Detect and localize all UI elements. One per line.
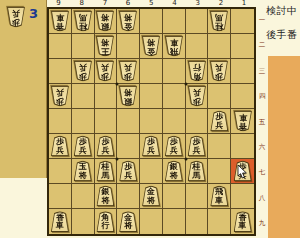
square-1-5[interactable]: 香車 xyxy=(231,109,254,134)
square-6-1[interactable]: 金将 xyxy=(117,9,140,34)
square-6-9[interactable]: 金将 xyxy=(117,209,140,234)
square-1-4[interactable] xyxy=(231,84,254,109)
square-7-6[interactable]: 歩兵 xyxy=(95,134,118,159)
square-9-6[interactable]: 歩兵 xyxy=(49,134,72,159)
square-8-6[interactable]: 歩兵 xyxy=(72,134,95,159)
square-5-9[interactable] xyxy=(140,209,163,234)
koma-glyph: 王将 xyxy=(96,36,115,57)
koma-sente-1-9[interactable]: 香車 xyxy=(233,211,252,232)
square-8-5[interactable] xyxy=(72,109,95,134)
square-3-9[interactable] xyxy=(186,209,209,234)
shogi-board: 香車桂馬銀将金将桂馬王将金将飛車歩兵歩兵歩兵角行歩兵歩兵銀将歩兵歩兵香車歩兵歩兵… xyxy=(47,7,256,236)
file-label-6: 6 xyxy=(117,0,140,7)
koma-glyph: 金将 xyxy=(141,186,160,207)
koma-glyph: 歩兵 xyxy=(119,61,138,82)
koma-glyph: 香車 xyxy=(50,211,69,232)
rank-label-8: 八 xyxy=(257,194,267,203)
square-4-2[interactable]: 飛車 xyxy=(163,34,186,59)
koma-sente-6-9[interactable]: 金将 xyxy=(119,211,138,232)
rank-label-7: 七 xyxy=(257,168,267,177)
square-7-9[interactable]: 角行 xyxy=(95,209,118,234)
square-8-9[interactable] xyxy=(72,209,95,234)
square-2-1[interactable]: 桂馬 xyxy=(208,9,231,34)
koma-sente-3-6[interactable]: 歩兵 xyxy=(187,136,206,157)
square-2-9[interactable] xyxy=(208,209,231,234)
koma-sente-5-8[interactable]: 金将 xyxy=(141,186,160,207)
koma-glyph: 歩兵 xyxy=(73,61,92,82)
square-2-7[interactable] xyxy=(208,159,231,184)
square-5-8[interactable]: 金将 xyxy=(140,184,163,209)
koma-glyph: 銀将 xyxy=(164,161,183,182)
koma-sente-3-7[interactable]: 桂馬 xyxy=(187,161,206,182)
square-5-7[interactable] xyxy=(140,159,163,184)
koma-gote-3-4[interactable]: 歩兵 xyxy=(187,86,206,107)
koma-sente-8-6[interactable]: 歩兵 xyxy=(73,136,92,157)
sente-hand-tray xyxy=(268,56,300,238)
koma-sente-7-7[interactable]: 桂馬 xyxy=(96,161,115,182)
square-7-1[interactable]: 銀将 xyxy=(95,9,118,34)
gote-hand-pawn-glyph: 歩兵 xyxy=(7,7,26,28)
square-3-8[interactable] xyxy=(186,184,209,209)
koma-gote-7-2[interactable]: 王将 xyxy=(96,36,115,57)
square-1-6[interactable] xyxy=(231,134,254,159)
koma-gote-7-3[interactable]: 歩兵 xyxy=(96,61,115,82)
koma-glyph: 香車 xyxy=(233,111,252,132)
file-label-4: 4 xyxy=(163,0,186,7)
square-4-7[interactable]: 銀将 xyxy=(163,159,186,184)
square-9-2[interactable] xyxy=(49,34,72,59)
koma-glyph: 銀将 xyxy=(96,11,115,32)
koma-sente-4-7[interactable]: 銀将 xyxy=(164,161,183,182)
square-5-5[interactable] xyxy=(140,109,163,134)
koma-gote-8-3[interactable]: 歩兵 xyxy=(73,61,92,82)
rank-label-3: 三 xyxy=(257,67,267,76)
square-2-6[interactable] xyxy=(208,134,231,159)
square-7-5[interactable] xyxy=(95,109,118,134)
koma-glyph: 桂馬 xyxy=(187,161,206,182)
koma-gote-6-3[interactable]: 歩兵 xyxy=(119,61,138,82)
koma-gote-1-5[interactable]: 香車 xyxy=(233,111,252,132)
koma-glyph: 歩兵 xyxy=(119,161,138,182)
koma-glyph: 歩兵 xyxy=(50,136,69,157)
square-4-4[interactable] xyxy=(163,84,186,109)
hoshi-dot xyxy=(116,82,119,85)
square-5-2[interactable]: 金将 xyxy=(140,34,163,59)
koma-glyph: 歩兵 xyxy=(210,111,229,132)
square-9-1[interactable]: 香車 xyxy=(49,9,72,34)
square-6-5[interactable] xyxy=(117,109,140,134)
square-9-7[interactable] xyxy=(49,159,72,184)
koma-gote-2-3[interactable]: 歩兵 xyxy=(210,61,229,82)
koma-glyph: 金将 xyxy=(119,211,138,232)
square-7-7[interactable]: 桂馬 xyxy=(95,159,118,184)
square-6-2[interactable] xyxy=(117,34,140,59)
square-7-2[interactable]: 王将 xyxy=(95,34,118,59)
square-7-4[interactable] xyxy=(95,84,118,109)
square-8-2[interactable] xyxy=(72,34,95,59)
koma-glyph: 歩兵 xyxy=(50,86,69,107)
square-4-8[interactable] xyxy=(163,184,186,209)
koma-gote-4-2[interactable]: 飛車 xyxy=(164,36,183,57)
koma-sente-7-8[interactable]: 銀将 xyxy=(96,186,115,207)
koma-gote-9-4[interactable]: 歩兵 xyxy=(50,86,69,107)
square-2-4[interactable] xyxy=(208,84,231,109)
square-3-4[interactable]: 歩兵 xyxy=(186,84,209,109)
square-3-6[interactable]: 歩兵 xyxy=(186,134,209,159)
koma-gote-7-1[interactable]: 銀将 xyxy=(96,11,115,32)
koma-glyph: 歩兵 xyxy=(187,86,206,107)
file-label-9: 9 xyxy=(47,0,70,7)
koma-gote-3-3[interactable]: 角行 xyxy=(187,61,206,82)
koma-gote-9-1[interactable]: 香車 xyxy=(50,11,69,32)
square-6-8[interactable] xyxy=(117,184,140,209)
file-label-5: 5 xyxy=(140,0,163,7)
koma-glyph: 玉将 xyxy=(73,161,92,182)
koma-glyph: 桂馬 xyxy=(96,161,115,182)
square-1-2[interactable] xyxy=(231,34,254,59)
koma-glyph: 飛車 xyxy=(164,36,183,57)
koma-sente-8-7[interactable]: 玉将 xyxy=(73,161,92,182)
hoshi-dot xyxy=(184,157,187,160)
koma-sente-7-9[interactable]: 角行 xyxy=(96,211,115,232)
file-label-8: 8 xyxy=(70,0,93,7)
koma-glyph: 桂馬 xyxy=(210,11,229,32)
file-label-3: 3 xyxy=(186,0,209,7)
square-7-3[interactable]: 歩兵 xyxy=(95,59,118,84)
square-6-6[interactable] xyxy=(117,134,140,159)
koma-gote-2-1[interactable]: 桂馬 xyxy=(210,11,229,32)
square-4-6[interactable]: 歩兵 xyxy=(163,134,186,159)
square-5-1[interactable] xyxy=(140,9,163,34)
square-7-8[interactable]: 銀将 xyxy=(95,184,118,209)
square-3-2[interactable] xyxy=(186,34,209,59)
koma-gote-5-2[interactable]: 金将 xyxy=(141,36,160,57)
koma-glyph: 桂馬 xyxy=(73,11,92,32)
koma-glyph: 角行 xyxy=(96,211,115,232)
square-8-7[interactable]: 玉将 xyxy=(72,159,95,184)
koma-sente-5-6[interactable]: 歩兵 xyxy=(141,136,160,157)
square-3-1[interactable] xyxy=(186,9,209,34)
koma-glyph: 香車 xyxy=(50,11,69,32)
koma-sente-4-6[interactable]: 歩兵 xyxy=(164,136,183,157)
koma-glyph: 歩兵 xyxy=(96,136,115,157)
square-8-3[interactable]: 歩兵 xyxy=(72,59,95,84)
square-6-7[interactable]: 歩兵 xyxy=(117,159,140,184)
square-5-4[interactable] xyxy=(140,84,163,109)
file-label-2: 2 xyxy=(209,0,232,7)
koma-sente-9-6[interactable]: 歩兵 xyxy=(50,136,69,157)
koma-sente-7-6[interactable]: 歩兵 xyxy=(96,136,115,157)
square-5-3[interactable] xyxy=(140,59,163,84)
koma-sente-2-8[interactable]: 飛車 xyxy=(210,186,229,207)
koma-sente-9-9[interactable]: 香車 xyxy=(50,211,69,232)
square-3-3[interactable]: 角行 xyxy=(186,59,209,84)
koma-glyph: 銀将 xyxy=(119,86,138,107)
hoshi-dot xyxy=(184,82,187,85)
square-1-3[interactable] xyxy=(231,59,254,84)
square-8-1[interactable]: 桂馬 xyxy=(72,9,95,34)
koma-sente-6-7[interactable]: 歩兵 xyxy=(119,161,138,182)
koma-glyph: 飛車 xyxy=(210,186,229,207)
gote-hand-pawn-count: 3 xyxy=(29,6,38,21)
koma-glyph: 歩兵 xyxy=(210,61,229,82)
square-2-8[interactable]: 飛車 xyxy=(208,184,231,209)
status-side-to-move: 後手番 xyxy=(266,28,298,42)
square-9-8[interactable] xyxy=(49,184,72,209)
gote-hand-pawn[interactable]: 歩兵 xyxy=(7,7,26,28)
gote-hand-tray: 歩兵 3 xyxy=(0,0,47,178)
rank-label-2: 二 xyxy=(257,41,267,50)
square-6-3[interactable]: 歩兵 xyxy=(117,59,140,84)
koma-glyph: 金将 xyxy=(141,36,160,57)
square-9-3[interactable] xyxy=(49,59,72,84)
square-4-9[interactable] xyxy=(163,209,186,234)
status-analyzing: 検討中 xyxy=(266,4,298,18)
square-3-5[interactable] xyxy=(186,109,209,134)
koma-glyph: 歩兵 xyxy=(164,136,183,157)
square-4-1[interactable] xyxy=(163,9,186,34)
square-8-8[interactable] xyxy=(72,184,95,209)
koma-glyph: 金将 xyxy=(119,11,138,32)
square-4-5[interactable] xyxy=(163,109,186,134)
koma-glyph: 銀将 xyxy=(96,186,115,207)
square-9-5[interactable] xyxy=(49,109,72,134)
file-label-1: 1 xyxy=(233,0,256,7)
square-2-3[interactable]: 歩兵 xyxy=(208,59,231,84)
rank-label-5: 五 xyxy=(257,118,267,127)
koma-glyph: 歩兵 xyxy=(96,61,115,82)
koma-glyph: 角行 xyxy=(187,61,206,82)
koma-glyph: 歩兵 xyxy=(73,136,92,157)
square-1-9[interactable]: 香車 xyxy=(231,209,254,234)
square-9-9[interactable]: 香車 xyxy=(49,209,72,234)
rank-label-9: 九 xyxy=(257,219,267,228)
rank-label-6: 六 xyxy=(257,143,267,152)
file-label-7: 7 xyxy=(93,0,116,7)
square-5-6[interactable]: 歩兵 xyxy=(140,134,163,159)
square-6-4[interactable]: 銀将 xyxy=(117,84,140,109)
square-1-8[interactable] xyxy=(231,184,254,209)
square-1-1[interactable] xyxy=(231,9,254,34)
koma-gote-8-1[interactable]: 桂馬 xyxy=(73,11,92,32)
square-8-4[interactable] xyxy=(72,84,95,109)
hoshi-dot xyxy=(116,157,119,160)
koma-glyph: 香車 xyxy=(233,211,252,232)
koma-gote-6-1[interactable]: 金将 xyxy=(119,11,138,32)
koma-glyph: 歩兵 xyxy=(141,136,160,157)
rank-label-4: 四 xyxy=(257,92,267,101)
koma-gote-6-4[interactable]: 銀将 xyxy=(119,86,138,107)
square-2-2[interactable] xyxy=(208,34,231,59)
square-9-4[interactable]: 歩兵 xyxy=(49,84,72,109)
square-4-3[interactable] xyxy=(163,59,186,84)
koma-glyph: 歩兵 xyxy=(187,136,206,157)
square-2-5[interactable]: 歩兵 xyxy=(208,109,231,134)
mouse-cursor-icon xyxy=(237,165,249,179)
square-3-7[interactable]: 桂馬 xyxy=(186,159,209,184)
koma-sente-2-5[interactable]: 歩兵 xyxy=(210,111,229,132)
